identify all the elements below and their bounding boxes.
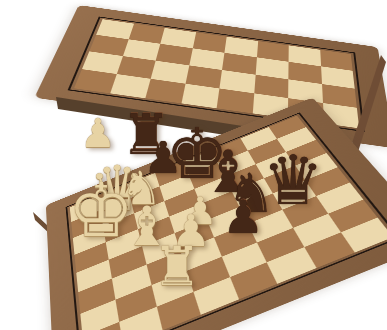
- case-square: [181, 84, 219, 109]
- piece-white-pawn[interactable]: ♟: [80, 113, 116, 153]
- piece-black-pawn[interactable]: ♟: [222, 194, 263, 240]
- piece-white-rook[interactable]: ♜: [153, 240, 201, 294]
- case-square: [217, 88, 254, 113]
- product-photo-scene: ♟♜♟♚♛♞♝♛♞♟♚♝♟♟♜: [0, 0, 387, 330]
- case-square: [110, 74, 151, 98]
- case-square: [145, 79, 185, 103]
